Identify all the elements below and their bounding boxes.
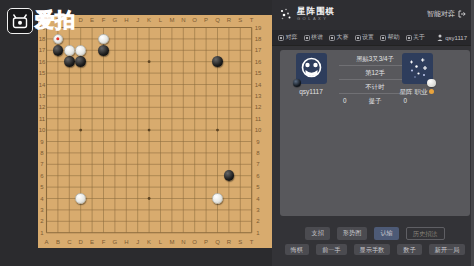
white-stone-C17 bbox=[64, 45, 75, 56]
button-显示手数[interactable]: 显示手数 bbox=[354, 244, 391, 255]
help-icon bbox=[380, 35, 386, 41]
player-left-name: qsy1117 bbox=[293, 88, 329, 95]
board-icon bbox=[278, 35, 284, 41]
black-stone-R6 bbox=[224, 170, 235, 181]
button-支招[interactable]: 支招 bbox=[305, 227, 329, 240]
black-stone-B17 bbox=[53, 45, 64, 56]
aipai-watermark-text: 爱拍 bbox=[35, 8, 75, 32]
menu-item-帮助[interactable]: 帮助 bbox=[380, 33, 400, 42]
menubar-username: qsy1117 bbox=[445, 35, 467, 41]
black-stone-F17 bbox=[98, 45, 109, 56]
action-button-row: 支招形势图认输历史招法 bbox=[280, 227, 470, 240]
black-stone-badge bbox=[293, 79, 302, 88]
button-形势图[interactable]: 形势图 bbox=[337, 227, 368, 240]
captures-white: 0 bbox=[403, 97, 407, 104]
brand-title: 星阵围棋 bbox=[297, 7, 335, 16]
button-认输[interactable]: 认输 bbox=[374, 227, 398, 240]
menu-item-关于[interactable]: 关于 bbox=[406, 33, 426, 42]
golaxy-brand: 星阵围棋 GOLAXY bbox=[279, 7, 335, 21]
button-数子[interactable]: 数子 bbox=[397, 244, 421, 255]
nav-button-row: 悔棋前一手显示手数数子新开一局 bbox=[280, 244, 470, 255]
captures-black: 0 bbox=[343, 97, 347, 104]
trophy-icon bbox=[329, 35, 335, 41]
menubar-user[interactable]: qsy1117 bbox=[437, 34, 467, 41]
side-panel: 星阵围棋 GOLAXY 智能对弈 对弈 棋谱 大赛 设置 帮助 关于 bbox=[272, 0, 474, 266]
gear-icon bbox=[355, 35, 361, 41]
info-icon bbox=[406, 35, 412, 41]
player-right: 星阵 职业 bbox=[399, 53, 435, 95]
button-历史招法: 历史招法 bbox=[406, 227, 445, 240]
ai-avatar bbox=[402, 53, 433, 84]
menu-item-对弈[interactable]: 对弈 bbox=[278, 33, 298, 42]
black-stone-D16 bbox=[75, 56, 86, 67]
captures-label: 提子 bbox=[369, 97, 382, 104]
game-info-card: qsy1117 黑贴3又3/4子 第12手 不计时 0 提子 0 bbox=[280, 50, 470, 216]
white-stone-Q4 bbox=[212, 193, 223, 204]
exit-match-button[interactable]: 智能对弈 bbox=[427, 9, 466, 19]
menu-bar: 对弈 棋谱 大赛 设置 帮助 关于 qsy1117 bbox=[272, 30, 474, 46]
white-stone-D4 bbox=[75, 193, 86, 204]
white-stone-F18 bbox=[98, 34, 109, 45]
player-avatar bbox=[296, 53, 327, 84]
user-icon bbox=[437, 34, 443, 41]
player-avatar-icon bbox=[296, 53, 327, 84]
black-stone-Q16 bbox=[212, 56, 223, 67]
white-stone-D17 bbox=[75, 45, 86, 56]
kifu-icon bbox=[304, 35, 310, 41]
brand-subtitle: GOLAXY bbox=[297, 16, 335, 21]
menu-item-设置[interactable]: 设置 bbox=[355, 33, 375, 42]
exit-icon bbox=[458, 10, 466, 18]
menu-item-棋谱[interactable]: 棋谱 bbox=[304, 33, 324, 42]
player-right-name: 星阵 职业 bbox=[400, 88, 428, 95]
aipai-watermark: 爱拍 bbox=[7, 8, 75, 34]
button-新开一局[interactable]: 新开一局 bbox=[429, 244, 466, 255]
menu-item-大赛[interactable]: 大赛 bbox=[329, 33, 349, 42]
button-前一手[interactable]: 前一手 bbox=[316, 244, 347, 255]
golaxy-logo-icon bbox=[279, 7, 293, 21]
last-move-marker bbox=[56, 37, 59, 40]
ai-level-badge bbox=[429, 89, 434, 94]
black-stone-C16 bbox=[64, 56, 75, 67]
player-left: qsy1117 bbox=[293, 53, 329, 95]
go-board[interactable]: AABBCCDDEEFFGGHHJJKKLLMMNNOOPPQQRRSSTT19… bbox=[38, 15, 272, 248]
mode-label: 智能对弈 bbox=[427, 9, 455, 19]
white-stone-badge bbox=[427, 79, 436, 88]
captures-line: 0 提子 0 bbox=[339, 94, 411, 107]
button-悔棋[interactable]: 悔棋 bbox=[285, 244, 309, 255]
panel-header: 星阵围棋 GOLAXY 智能对弈 bbox=[272, 0, 474, 30]
aipai-tv-logo-icon bbox=[7, 8, 33, 34]
